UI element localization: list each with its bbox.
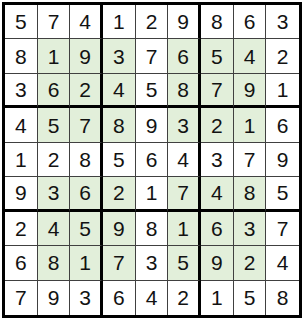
cell-r7c2[interactable]: 4	[38, 212, 71, 246]
cell-r3c3[interactable]: 2	[70, 74, 103, 108]
cell-r2c8[interactable]: 4	[234, 39, 267, 73]
cell-r7c6[interactable]: 1	[168, 212, 201, 246]
cell-r4c9[interactable]: 6	[266, 108, 299, 142]
cell-r3c4[interactable]: 4	[103, 74, 136, 108]
cell-r5c7[interactable]: 3	[201, 143, 234, 177]
cell-r9c7[interactable]: 1	[201, 281, 234, 315]
cell-r4c2[interactable]: 5	[38, 108, 71, 142]
cell-r8c1[interactable]: 6	[5, 246, 38, 280]
cell-r5c1[interactable]: 1	[5, 143, 38, 177]
cell-r7c5[interactable]: 8	[136, 212, 169, 246]
cell-r9c6[interactable]: 2	[168, 281, 201, 315]
cell-r6c8[interactable]: 8	[234, 177, 267, 211]
cell-r1c3[interactable]: 4	[70, 5, 103, 39]
cell-r5c5[interactable]: 6	[136, 143, 169, 177]
cell-r1c7[interactable]: 8	[201, 5, 234, 39]
cell-r3c2[interactable]: 6	[38, 74, 71, 108]
cell-r1c5[interactable]: 2	[136, 5, 169, 39]
cell-r5c8[interactable]: 7	[234, 143, 267, 177]
cell-r9c8[interactable]: 5	[234, 281, 267, 315]
cell-r2c1[interactable]: 8	[5, 39, 38, 73]
cell-r2c7[interactable]: 5	[201, 39, 234, 73]
cell-r2c4[interactable]: 3	[103, 39, 136, 73]
cell-r2c9[interactable]: 2	[266, 39, 299, 73]
cell-r8c5[interactable]: 3	[136, 246, 169, 280]
cell-r7c7[interactable]: 6	[201, 212, 234, 246]
cell-r9c9[interactable]: 8	[266, 281, 299, 315]
cell-r3c7[interactable]: 7	[201, 74, 234, 108]
cell-r9c2[interactable]: 9	[38, 281, 71, 315]
cell-r7c4[interactable]: 9	[103, 212, 136, 246]
cell-r7c9[interactable]: 7	[266, 212, 299, 246]
cell-r4c8[interactable]: 1	[234, 108, 267, 142]
cell-r6c3[interactable]: 6	[70, 177, 103, 211]
cell-r5c2[interactable]: 2	[38, 143, 71, 177]
cell-r1c4[interactable]: 1	[103, 5, 136, 39]
cell-r3c5[interactable]: 5	[136, 74, 169, 108]
cell-r6c9[interactable]: 5	[266, 177, 299, 211]
cell-r9c1[interactable]: 7	[5, 281, 38, 315]
cell-r5c9[interactable]: 9	[266, 143, 299, 177]
cell-r5c4[interactable]: 5	[103, 143, 136, 177]
cell-r8c4[interactable]: 7	[103, 246, 136, 280]
cell-r1c6[interactable]: 9	[168, 5, 201, 39]
cell-r4c3[interactable]: 7	[70, 108, 103, 142]
cell-r7c3[interactable]: 5	[70, 212, 103, 246]
cell-r7c8[interactable]: 3	[234, 212, 267, 246]
cell-r3c8[interactable]: 9	[234, 74, 267, 108]
cell-r6c1[interactable]: 9	[5, 177, 38, 211]
cell-r5c3[interactable]: 8	[70, 143, 103, 177]
cell-r4c5[interactable]: 9	[136, 108, 169, 142]
cell-r6c4[interactable]: 2	[103, 177, 136, 211]
cell-r2c3[interactable]: 9	[70, 39, 103, 73]
cell-r1c1[interactable]: 5	[5, 5, 38, 39]
cell-r1c2[interactable]: 7	[38, 5, 71, 39]
cell-r8c6[interactable]: 5	[168, 246, 201, 280]
cell-r3c1[interactable]: 3	[5, 74, 38, 108]
cell-r8c2[interactable]: 8	[38, 246, 71, 280]
cell-r9c4[interactable]: 6	[103, 281, 136, 315]
cell-r2c6[interactable]: 6	[168, 39, 201, 73]
cell-r6c2[interactable]: 3	[38, 177, 71, 211]
cell-r5c6[interactable]: 4	[168, 143, 201, 177]
sudoku-board: 5741298638193765423624587914578932161285…	[2, 2, 302, 318]
cell-r8c9[interactable]: 4	[266, 246, 299, 280]
cell-r8c7[interactable]: 9	[201, 246, 234, 280]
cell-r9c5[interactable]: 4	[136, 281, 169, 315]
cell-r8c8[interactable]: 2	[234, 246, 267, 280]
cell-r8c3[interactable]: 1	[70, 246, 103, 280]
cell-r3c6[interactable]: 8	[168, 74, 201, 108]
cell-r6c7[interactable]: 4	[201, 177, 234, 211]
cell-r4c1[interactable]: 4	[5, 108, 38, 142]
cell-r3c9[interactable]: 1	[266, 74, 299, 108]
cell-r1c9[interactable]: 3	[266, 5, 299, 39]
cell-r2c5[interactable]: 7	[136, 39, 169, 73]
cell-r2c2[interactable]: 1	[38, 39, 71, 73]
cell-r6c5[interactable]: 1	[136, 177, 169, 211]
cell-r7c1[interactable]: 2	[5, 212, 38, 246]
cell-r6c6[interactable]: 7	[168, 177, 201, 211]
cell-r4c7[interactable]: 2	[201, 108, 234, 142]
cell-r4c6[interactable]: 3	[168, 108, 201, 142]
cell-r9c3[interactable]: 3	[70, 281, 103, 315]
cell-r1c8[interactable]: 6	[234, 5, 267, 39]
cell-r4c4[interactable]: 8	[103, 108, 136, 142]
